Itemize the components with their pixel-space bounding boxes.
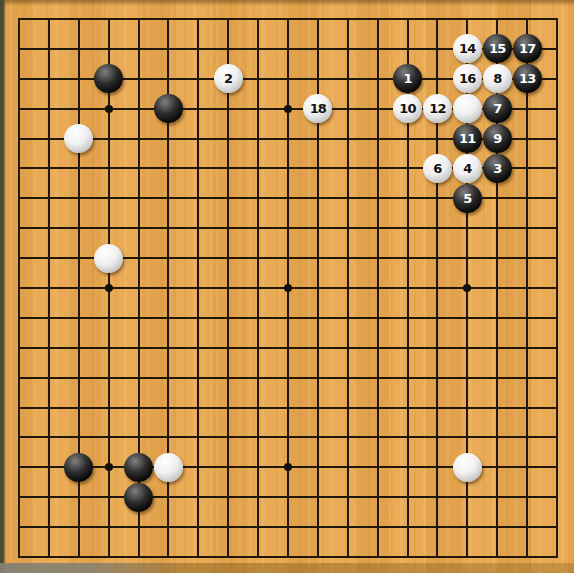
stone-black[interactable] — [94, 64, 123, 93]
point-E9[interactable] — [124, 303, 154, 333]
point-L7[interactable] — [303, 363, 333, 393]
point-C13[interactable] — [64, 183, 94, 213]
point-T19[interactable] — [542, 4, 572, 34]
point-D15[interactable] — [94, 124, 124, 154]
point-L10[interactable] — [303, 273, 333, 303]
point-D14[interactable] — [94, 153, 124, 183]
point-E4[interactable] — [124, 452, 154, 482]
point-G5[interactable] — [183, 423, 213, 453]
point-P7[interactable] — [423, 363, 453, 393]
point-R9[interactable] — [482, 303, 512, 333]
point-E16[interactable] — [124, 94, 154, 124]
point-O18[interactable] — [393, 34, 423, 64]
point-H17[interactable]: 2 — [213, 64, 243, 94]
stone-white-move[interactable]: 4 — [453, 154, 482, 183]
point-S16[interactable] — [512, 94, 542, 124]
point-B15[interactable] — [34, 124, 64, 154]
point-G14[interactable] — [183, 153, 213, 183]
point-C4[interactable] — [64, 452, 94, 482]
point-A11[interactable] — [4, 243, 34, 273]
point-P15[interactable] — [423, 124, 453, 154]
point-A2[interactable] — [4, 512, 34, 542]
point-E17[interactable] — [124, 64, 154, 94]
point-J13[interactable] — [243, 183, 273, 213]
point-L17[interactable] — [303, 64, 333, 94]
point-M11[interactable] — [333, 243, 363, 273]
point-T3[interactable] — [542, 482, 572, 512]
point-F12[interactable] — [153, 213, 183, 243]
stone-white[interactable] — [64, 124, 93, 153]
point-R5[interactable] — [482, 423, 512, 453]
point-S5[interactable] — [512, 423, 542, 453]
point-G2[interactable] — [183, 512, 213, 542]
point-J17[interactable] — [243, 64, 273, 94]
point-F8[interactable] — [153, 333, 183, 363]
point-J14[interactable] — [243, 153, 273, 183]
point-B7[interactable] — [34, 363, 64, 393]
point-Q12[interactable] — [452, 213, 482, 243]
point-N6[interactable] — [363, 393, 393, 423]
point-C2[interactable] — [64, 512, 94, 542]
point-R15[interactable]: 9 — [482, 124, 512, 154]
point-O8[interactable] — [393, 333, 423, 363]
point-D10[interactable] — [94, 273, 124, 303]
point-N10[interactable] — [363, 273, 393, 303]
point-T2[interactable] — [542, 512, 572, 542]
point-C11[interactable] — [64, 243, 94, 273]
point-O15[interactable] — [393, 124, 423, 154]
point-P5[interactable] — [423, 423, 453, 453]
point-K5[interactable] — [273, 423, 303, 453]
point-K3[interactable] — [273, 482, 303, 512]
point-E10[interactable] — [124, 273, 154, 303]
point-H6[interactable] — [213, 393, 243, 423]
stone-white-move[interactable]: 6 — [423, 154, 452, 183]
point-A13[interactable] — [4, 183, 34, 213]
point-K8[interactable] — [273, 333, 303, 363]
point-G4[interactable] — [183, 452, 213, 482]
point-K13[interactable] — [273, 183, 303, 213]
point-Q13[interactable]: 5 — [452, 183, 482, 213]
point-N16[interactable] — [363, 94, 393, 124]
stone-black-move[interactable]: 15 — [483, 34, 512, 63]
point-F11[interactable] — [153, 243, 183, 273]
point-T11[interactable] — [542, 243, 572, 273]
point-O6[interactable] — [393, 393, 423, 423]
point-L14[interactable] — [303, 153, 333, 183]
point-A10[interactable] — [4, 273, 34, 303]
point-E13[interactable] — [124, 183, 154, 213]
point-N7[interactable] — [363, 363, 393, 393]
point-H5[interactable] — [213, 423, 243, 453]
point-J5[interactable] — [243, 423, 273, 453]
point-F14[interactable] — [153, 153, 183, 183]
point-S19[interactable] — [512, 4, 542, 34]
point-H14[interactable] — [213, 153, 243, 183]
point-L9[interactable] — [303, 303, 333, 333]
point-S15[interactable] — [512, 124, 542, 154]
point-N3[interactable] — [363, 482, 393, 512]
point-S13[interactable] — [512, 183, 542, 213]
point-K15[interactable] — [273, 124, 303, 154]
point-Q7[interactable] — [452, 363, 482, 393]
point-D11[interactable] — [94, 243, 124, 273]
point-B6[interactable] — [34, 393, 64, 423]
point-L6[interactable] — [303, 393, 333, 423]
point-R17[interactable]: 8 — [482, 64, 512, 94]
point-P16[interactable]: 12 — [423, 94, 453, 124]
point-L2[interactable] — [303, 512, 333, 542]
point-R12[interactable] — [482, 213, 512, 243]
point-F13[interactable] — [153, 183, 183, 213]
point-D7[interactable] — [94, 363, 124, 393]
point-H13[interactable] — [213, 183, 243, 213]
point-D9[interactable] — [94, 303, 124, 333]
point-T14[interactable] — [542, 153, 572, 183]
point-A7[interactable] — [4, 363, 34, 393]
point-F16[interactable] — [153, 94, 183, 124]
point-Q4[interactable] — [452, 452, 482, 482]
point-O16[interactable]: 10 — [393, 94, 423, 124]
point-L12[interactable] — [303, 213, 333, 243]
point-Q17[interactable]: 16 — [452, 64, 482, 94]
point-G8[interactable] — [183, 333, 213, 363]
point-G16[interactable] — [183, 94, 213, 124]
point-T17[interactable] — [542, 64, 572, 94]
point-S3[interactable] — [512, 482, 542, 512]
point-E2[interactable] — [124, 512, 154, 542]
point-F17[interactable] — [153, 64, 183, 94]
point-N12[interactable] — [363, 213, 393, 243]
point-E12[interactable] — [124, 213, 154, 243]
point-Q18[interactable]: 14 — [452, 34, 482, 64]
point-H10[interactable] — [213, 273, 243, 303]
point-M15[interactable] — [333, 124, 363, 154]
point-C16[interactable] — [64, 94, 94, 124]
point-D13[interactable] — [94, 183, 124, 213]
point-A6[interactable] — [4, 393, 34, 423]
point-P8[interactable] — [423, 333, 453, 363]
point-E5[interactable] — [124, 423, 154, 453]
point-R4[interactable] — [482, 452, 512, 482]
point-H12[interactable] — [213, 213, 243, 243]
point-L19[interactable] — [303, 4, 333, 34]
point-T5[interactable] — [542, 423, 572, 453]
point-A4[interactable] — [4, 452, 34, 482]
point-R13[interactable] — [482, 183, 512, 213]
point-D4[interactable] — [94, 452, 124, 482]
point-J12[interactable] — [243, 213, 273, 243]
stone-black-move[interactable]: 3 — [483, 154, 512, 183]
point-G6[interactable] — [183, 393, 213, 423]
point-K16[interactable] — [273, 94, 303, 124]
point-A9[interactable] — [4, 303, 34, 333]
point-E3[interactable] — [124, 482, 154, 512]
point-T9[interactable] — [542, 303, 572, 333]
point-G19[interactable] — [183, 4, 213, 34]
point-S8[interactable] — [512, 333, 542, 363]
point-R7[interactable] — [482, 363, 512, 393]
point-B18[interactable] — [34, 34, 64, 64]
stone-white-move[interactable]: 18 — [303, 94, 332, 123]
point-F18[interactable] — [153, 34, 183, 64]
point-B16[interactable] — [34, 94, 64, 124]
point-G18[interactable] — [183, 34, 213, 64]
point-R18[interactable]: 15 — [482, 34, 512, 64]
point-N15[interactable] — [363, 124, 393, 154]
point-J4[interactable] — [243, 452, 273, 482]
point-E15[interactable] — [124, 124, 154, 154]
point-E8[interactable] — [124, 333, 154, 363]
point-C17[interactable] — [64, 64, 94, 94]
stone-black-move[interactable]: 5 — [453, 184, 482, 213]
point-J11[interactable] — [243, 243, 273, 273]
point-Q6[interactable] — [452, 393, 482, 423]
point-H19[interactable] — [213, 4, 243, 34]
point-J19[interactable] — [243, 4, 273, 34]
point-K2[interactable] — [273, 512, 303, 542]
point-E11[interactable] — [124, 243, 154, 273]
point-G15[interactable] — [183, 124, 213, 154]
point-N18[interactable] — [363, 34, 393, 64]
point-N11[interactable] — [363, 243, 393, 273]
point-H3[interactable] — [213, 482, 243, 512]
point-B14[interactable] — [34, 153, 64, 183]
point-D3[interactable] — [94, 482, 124, 512]
point-M4[interactable] — [333, 452, 363, 482]
point-A16[interactable] — [4, 94, 34, 124]
point-D2[interactable] — [94, 512, 124, 542]
point-Q11[interactable] — [452, 243, 482, 273]
point-L4[interactable] — [303, 452, 333, 482]
point-M13[interactable] — [333, 183, 363, 213]
point-M10[interactable] — [333, 273, 363, 303]
point-P12[interactable] — [423, 213, 453, 243]
point-M7[interactable] — [333, 363, 363, 393]
point-L8[interactable] — [303, 333, 333, 363]
point-G3[interactable] — [183, 482, 213, 512]
point-R10[interactable] — [482, 273, 512, 303]
point-Q8[interactable] — [452, 333, 482, 363]
point-J7[interactable] — [243, 363, 273, 393]
point-B5[interactable] — [34, 423, 64, 453]
point-F7[interactable] — [153, 363, 183, 393]
point-G12[interactable] — [183, 213, 213, 243]
point-L18[interactable] — [303, 34, 333, 64]
point-E14[interactable] — [124, 153, 154, 183]
point-Q14[interactable]: 4 — [452, 153, 482, 183]
point-H8[interactable] — [213, 333, 243, 363]
point-P13[interactable] — [423, 183, 453, 213]
point-R8[interactable] — [482, 333, 512, 363]
stone-white-move[interactable]: 2 — [214, 64, 243, 93]
point-L3[interactable] — [303, 482, 333, 512]
point-C7[interactable] — [64, 363, 94, 393]
stone-white-move[interactable]: 12 — [423, 94, 452, 123]
point-S11[interactable] — [512, 243, 542, 273]
point-Q15[interactable]: 11 — [452, 124, 482, 154]
point-F15[interactable] — [153, 124, 183, 154]
point-T10[interactable] — [542, 273, 572, 303]
point-M6[interactable] — [333, 393, 363, 423]
point-T7[interactable] — [542, 363, 572, 393]
point-T4[interactable] — [542, 452, 572, 482]
stone-black[interactable] — [124, 483, 153, 512]
point-B9[interactable] — [34, 303, 64, 333]
point-N8[interactable] — [363, 333, 393, 363]
point-H11[interactable] — [213, 243, 243, 273]
point-S6[interactable] — [512, 393, 542, 423]
point-F2[interactable] — [153, 512, 183, 542]
point-R3[interactable] — [482, 482, 512, 512]
stone-white[interactable] — [453, 453, 482, 482]
point-B17[interactable] — [34, 64, 64, 94]
point-F4[interactable] — [153, 452, 183, 482]
point-D6[interactable] — [94, 393, 124, 423]
point-T18[interactable] — [542, 34, 572, 64]
point-R19[interactable] — [482, 4, 512, 34]
point-M12[interactable] — [333, 213, 363, 243]
point-K18[interactable] — [273, 34, 303, 64]
point-S18[interactable]: 17 — [512, 34, 542, 64]
point-N4[interactable] — [363, 452, 393, 482]
point-T16[interactable] — [542, 94, 572, 124]
point-T12[interactable] — [542, 213, 572, 243]
point-B2[interactable] — [34, 512, 64, 542]
point-M5[interactable] — [333, 423, 363, 453]
point-B4[interactable] — [34, 452, 64, 482]
point-J10[interactable] — [243, 273, 273, 303]
point-S10[interactable] — [512, 273, 542, 303]
stone-white-move[interactable]: 8 — [483, 64, 512, 93]
point-O2[interactable] — [393, 512, 423, 542]
point-A12[interactable] — [4, 213, 34, 243]
point-L11[interactable] — [303, 243, 333, 273]
point-G10[interactable] — [183, 273, 213, 303]
point-D5[interactable] — [94, 423, 124, 453]
stone-black[interactable] — [154, 94, 183, 123]
stone-black-move[interactable]: 11 — [453, 124, 482, 153]
point-M19[interactable] — [333, 4, 363, 34]
point-O3[interactable] — [393, 482, 423, 512]
point-S17[interactable]: 13 — [512, 64, 542, 94]
point-M2[interactable] — [333, 512, 363, 542]
point-G11[interactable] — [183, 243, 213, 273]
point-K7[interactable] — [273, 363, 303, 393]
stone-black[interactable] — [64, 453, 93, 482]
point-D19[interactable] — [94, 4, 124, 34]
point-M8[interactable] — [333, 333, 363, 363]
point-G13[interactable] — [183, 183, 213, 213]
point-B19[interactable] — [34, 4, 64, 34]
point-O19[interactable] — [393, 4, 423, 34]
point-C3[interactable] — [64, 482, 94, 512]
point-G9[interactable] — [183, 303, 213, 333]
point-D8[interactable] — [94, 333, 124, 363]
point-C5[interactable] — [64, 423, 94, 453]
point-N9[interactable] — [363, 303, 393, 333]
stone-white-move[interactable]: 10 — [393, 94, 422, 123]
point-R11[interactable] — [482, 243, 512, 273]
point-C12[interactable] — [64, 213, 94, 243]
point-N17[interactable] — [363, 64, 393, 94]
point-S2[interactable] — [512, 512, 542, 542]
point-C6[interactable] — [64, 393, 94, 423]
point-O11[interactable] — [393, 243, 423, 273]
point-P4[interactable] — [423, 452, 453, 482]
point-E6[interactable] — [124, 393, 154, 423]
point-T15[interactable] — [542, 124, 572, 154]
point-P19[interactable] — [423, 4, 453, 34]
point-B13[interactable] — [34, 183, 64, 213]
point-Q10[interactable] — [452, 273, 482, 303]
point-P17[interactable] — [423, 64, 453, 94]
point-C18[interactable] — [64, 34, 94, 64]
point-E19[interactable] — [124, 4, 154, 34]
stone-white[interactable] — [154, 453, 183, 482]
point-H9[interactable] — [213, 303, 243, 333]
point-M14[interactable] — [333, 153, 363, 183]
point-K12[interactable] — [273, 213, 303, 243]
point-C14[interactable] — [64, 153, 94, 183]
point-M3[interactable] — [333, 482, 363, 512]
point-K11[interactable] — [273, 243, 303, 273]
point-B3[interactable] — [34, 482, 64, 512]
point-G7[interactable] — [183, 363, 213, 393]
point-E7[interactable] — [124, 363, 154, 393]
point-D16[interactable] — [94, 94, 124, 124]
point-S14[interactable] — [512, 153, 542, 183]
point-F6[interactable] — [153, 393, 183, 423]
point-S12[interactable] — [512, 213, 542, 243]
point-B12[interactable] — [34, 213, 64, 243]
point-J18[interactable] — [243, 34, 273, 64]
point-A15[interactable] — [4, 124, 34, 154]
stone-black-move[interactable]: 7 — [483, 94, 512, 123]
point-Q16[interactable] — [452, 94, 482, 124]
point-P11[interactable] — [423, 243, 453, 273]
point-K19[interactable] — [273, 4, 303, 34]
point-C15[interactable] — [64, 124, 94, 154]
point-N19[interactable] — [363, 4, 393, 34]
point-A14[interactable] — [4, 153, 34, 183]
point-M9[interactable] — [333, 303, 363, 333]
point-H16[interactable] — [213, 94, 243, 124]
stone-black-move[interactable]: 1 — [393, 64, 422, 93]
point-G17[interactable] — [183, 64, 213, 94]
stone-white-move[interactable]: 14 — [453, 34, 482, 63]
point-Q19[interactable] — [452, 4, 482, 34]
point-R2[interactable] — [482, 512, 512, 542]
point-Q2[interactable] — [452, 512, 482, 542]
point-R16[interactable]: 7 — [482, 94, 512, 124]
point-P2[interactable] — [423, 512, 453, 542]
point-J15[interactable] — [243, 124, 273, 154]
point-O13[interactable] — [393, 183, 423, 213]
point-H7[interactable] — [213, 363, 243, 393]
point-M16[interactable] — [333, 94, 363, 124]
point-M18[interactable] — [333, 34, 363, 64]
point-S7[interactable] — [512, 363, 542, 393]
point-P6[interactable] — [423, 393, 453, 423]
point-S9[interactable] — [512, 303, 542, 333]
point-F9[interactable] — [153, 303, 183, 333]
point-A17[interactable] — [4, 64, 34, 94]
point-B10[interactable] — [34, 273, 64, 303]
point-N2[interactable] — [363, 512, 393, 542]
point-K14[interactable] — [273, 153, 303, 183]
point-R14[interactable]: 3 — [482, 153, 512, 183]
